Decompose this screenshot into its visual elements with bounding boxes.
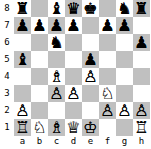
square-a4[interactable] xyxy=(14,68,31,85)
file-label-g: g xyxy=(116,136,133,149)
square-c8[interactable]: ♝ xyxy=(48,0,65,17)
square-g1[interactable] xyxy=(116,119,133,136)
piece-white-pawn: ♙ xyxy=(100,102,114,119)
square-f5[interactable] xyxy=(99,51,116,68)
square-e7[interactable] xyxy=(82,17,99,34)
square-b5[interactable] xyxy=(31,51,48,68)
piece-black-pawn: ♟ xyxy=(15,17,29,34)
rank-label-6: 6 xyxy=(0,34,14,51)
square-c2[interactable] xyxy=(48,102,65,119)
square-b8[interactable] xyxy=(31,0,48,17)
file-labels: abcdefgh xyxy=(14,136,150,149)
piece-black-pawn: ♟ xyxy=(49,17,63,34)
board-layout: 87654321 ♜♝♛♚♞♜♟♟♟♟♟♟♞♟♝♟♗♙♙♙♘♙♙♙♙♖♘♗♕♔♖… xyxy=(0,0,151,149)
piece-black-rook: ♜ xyxy=(15,0,29,17)
chess-diagram: 87654321 ♜♝♛♚♞♜♟♟♟♟♟♟♞♟♝♟♗♙♙♙♘♙♙♙♙♖♘♗♕♔♖… xyxy=(0,0,151,149)
file-label-f: f xyxy=(99,136,116,149)
square-h4[interactable] xyxy=(133,68,150,85)
square-c4[interactable]: ♗ xyxy=(48,68,65,85)
piece-white-queen: ♕ xyxy=(66,119,80,136)
piece-white-rook: ♖ xyxy=(15,119,29,136)
square-e3[interactable] xyxy=(82,85,99,102)
file-label-c: c xyxy=(48,136,65,149)
file-label-b: b xyxy=(31,136,48,149)
file-label-e: e xyxy=(82,136,99,149)
square-f8[interactable] xyxy=(99,0,116,17)
square-h2[interactable]: ♙ xyxy=(133,102,150,119)
square-g4[interactable] xyxy=(116,68,133,85)
square-e2[interactable] xyxy=(82,102,99,119)
square-b1[interactable]: ♘ xyxy=(31,119,48,136)
square-d1[interactable]: ♕ xyxy=(65,119,82,136)
rank-label-8: 8 xyxy=(0,0,14,17)
piece-white-bishop: ♗ xyxy=(49,119,63,136)
piece-white-king: ♔ xyxy=(83,119,97,136)
square-e1[interactable]: ♔ xyxy=(82,119,99,136)
square-d6[interactable] xyxy=(65,34,82,51)
piece-black-pawn: ♟ xyxy=(66,17,80,34)
square-a8[interactable]: ♜ xyxy=(14,0,31,17)
piece-black-bishop: ♝ xyxy=(15,51,29,68)
file-label-h: h xyxy=(133,136,150,149)
square-d7[interactable]: ♟ xyxy=(65,17,82,34)
rank-label-3: 3 xyxy=(0,85,14,102)
piece-white-rook: ♖ xyxy=(134,119,148,136)
square-a2[interactable]: ♙ xyxy=(14,102,31,119)
square-b3[interactable] xyxy=(31,85,48,102)
rank-label-7: 7 xyxy=(0,17,14,34)
square-d8[interactable]: ♛ xyxy=(65,0,82,17)
piece-black-pawn: ♟ xyxy=(100,17,114,34)
square-e6[interactable] xyxy=(82,34,99,51)
piece-white-pawn: ♙ xyxy=(134,102,148,119)
piece-black-queen: ♛ xyxy=(66,0,80,17)
square-d4[interactable] xyxy=(65,68,82,85)
square-f4[interactable] xyxy=(99,68,116,85)
corner-spacer xyxy=(0,136,14,149)
file-label-d: d xyxy=(65,136,82,149)
square-h1[interactable]: ♖ xyxy=(133,119,150,136)
square-h8[interactable]: ♜ xyxy=(133,0,150,17)
square-d2[interactable] xyxy=(65,102,82,119)
square-f7[interactable]: ♟ xyxy=(99,17,116,34)
rank-label-1: 1 xyxy=(0,119,14,136)
square-g3[interactable] xyxy=(116,85,133,102)
square-b2[interactable] xyxy=(31,102,48,119)
piece-white-bishop: ♗ xyxy=(49,68,63,85)
square-g5[interactable] xyxy=(116,51,133,68)
chess-board: ♜♝♛♚♞♜♟♟♟♟♟♟♞♟♝♟♗♙♙♙♘♙♙♙♙♖♘♗♕♔♖ xyxy=(14,0,150,136)
square-f1[interactable] xyxy=(99,119,116,136)
square-f2[interactable]: ♙ xyxy=(99,102,116,119)
square-d3[interactable]: ♙ xyxy=(65,85,82,102)
square-h7[interactable] xyxy=(133,17,150,34)
square-h5[interactable] xyxy=(133,51,150,68)
square-c5[interactable] xyxy=(48,51,65,68)
piece-black-king: ♚ xyxy=(83,0,97,17)
square-b6[interactable] xyxy=(31,34,48,51)
piece-black-knight: ♞ xyxy=(49,34,63,51)
piece-white-pawn: ♙ xyxy=(49,85,63,102)
square-h3[interactable] xyxy=(133,85,150,102)
square-g8[interactable]: ♞ xyxy=(116,0,133,17)
piece-white-knight: ♘ xyxy=(100,85,114,102)
piece-white-pawn: ♙ xyxy=(83,68,97,85)
piece-black-bishop: ♝ xyxy=(49,0,63,17)
square-e4[interactable]: ♙ xyxy=(82,68,99,85)
piece-black-knight: ♞ xyxy=(117,0,131,17)
square-a5[interactable]: ♝ xyxy=(14,51,31,68)
square-a1[interactable]: ♖ xyxy=(14,119,31,136)
square-b7[interactable]: ♟ xyxy=(31,17,48,34)
rank-labels: 87654321 xyxy=(0,0,14,136)
square-c1[interactable]: ♗ xyxy=(48,119,65,136)
piece-black-pawn: ♟ xyxy=(134,34,148,51)
piece-black-pawn: ♟ xyxy=(32,17,46,34)
square-g7[interactable]: ♟ xyxy=(116,17,133,34)
square-e8[interactable]: ♚ xyxy=(82,0,99,17)
square-a3[interactable] xyxy=(14,85,31,102)
square-g6[interactable] xyxy=(116,34,133,51)
piece-white-knight: ♘ xyxy=(32,119,46,136)
square-f3[interactable]: ♘ xyxy=(99,85,116,102)
rank-label-4: 4 xyxy=(0,68,14,85)
square-f6[interactable] xyxy=(99,34,116,51)
piece-white-pawn: ♙ xyxy=(117,102,131,119)
square-g2[interactable]: ♙ xyxy=(116,102,133,119)
piece-white-pawn: ♙ xyxy=(15,102,29,119)
square-e5[interactable]: ♟ xyxy=(82,51,99,68)
rank-label-2: 2 xyxy=(0,102,14,119)
piece-black-rook: ♜ xyxy=(134,0,148,17)
piece-black-pawn: ♟ xyxy=(83,51,97,68)
rank-label-5: 5 xyxy=(0,51,14,68)
square-c6[interactable]: ♞ xyxy=(48,34,65,51)
square-b4[interactable] xyxy=(31,68,48,85)
square-a7[interactable]: ♟ xyxy=(14,17,31,34)
square-c7[interactable]: ♟ xyxy=(48,17,65,34)
square-d5[interactable] xyxy=(65,51,82,68)
file-label-a: a xyxy=(14,136,31,149)
piece-black-pawn: ♟ xyxy=(117,17,131,34)
square-c3[interactable]: ♙ xyxy=(48,85,65,102)
piece-white-pawn: ♙ xyxy=(66,85,80,102)
square-h6[interactable]: ♟ xyxy=(133,34,150,51)
square-a6[interactable] xyxy=(14,34,31,51)
